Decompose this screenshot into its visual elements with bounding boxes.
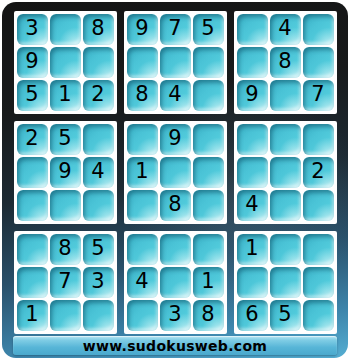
sudoku-cell[interactable]: [17, 234, 48, 265]
cell-digit: 3: [168, 304, 181, 325]
sudoku-box: 24: [234, 121, 337, 224]
sudoku-cell[interactable]: [237, 267, 268, 298]
sudoku-cell[interactable]: [303, 234, 334, 265]
sudoku-cell[interactable]: 4: [83, 157, 114, 188]
cell-digit: 1: [135, 161, 148, 182]
sudoku-cell[interactable]: 8: [270, 47, 301, 78]
sudoku-cell[interactable]: [83, 124, 114, 155]
sudoku-cell[interactable]: [50, 190, 81, 221]
sudoku-cell[interactable]: [17, 157, 48, 188]
sudoku-cell[interactable]: 5: [50, 124, 81, 155]
sudoku-cell[interactable]: [193, 47, 224, 78]
sudoku-cell[interactable]: 8: [50, 234, 81, 265]
sudoku-cell[interactable]: 4: [160, 80, 191, 111]
sudoku-cell[interactable]: [270, 80, 301, 111]
sudoku-cell[interactable]: [160, 47, 191, 78]
sudoku-cell[interactable]: [50, 47, 81, 78]
sudoku-box: 85731: [14, 231, 117, 334]
sudoku-cell[interactable]: [160, 267, 191, 298]
sudoku-cell[interactable]: [17, 190, 48, 221]
sudoku-cell[interactable]: 5: [193, 14, 224, 45]
sudoku-box: 389512: [14, 11, 117, 114]
sudoku-cell[interactable]: [303, 124, 334, 155]
cell-digit: 8: [168, 194, 181, 215]
sudoku-cell[interactable]: [127, 234, 158, 265]
sudoku-cell[interactable]: [160, 234, 191, 265]
cell-digit: 8: [135, 84, 148, 105]
board-frame: 389512975844897259491824857314138165 www…: [2, 2, 348, 358]
sudoku-cell[interactable]: 8: [193, 300, 224, 331]
sudoku-cell[interactable]: 9: [127, 14, 158, 45]
sudoku-cell[interactable]: 8: [127, 80, 158, 111]
sudoku-cell[interactable]: 7: [50, 267, 81, 298]
cell-digit: 6: [245, 304, 258, 325]
cell-digit: 2: [25, 128, 38, 149]
sudoku-cell[interactable]: [193, 80, 224, 111]
cell-digit: 8: [91, 18, 104, 39]
sudoku-box: 918: [124, 121, 227, 224]
sudoku-cell[interactable]: [17, 267, 48, 298]
sudoku-cell[interactable]: [50, 300, 81, 331]
sudoku-cell[interactable]: 3: [17, 14, 48, 45]
cell-digit: 4: [168, 84, 181, 105]
cell-digit: 9: [58, 161, 71, 182]
sudoku-cell[interactable]: 6: [237, 300, 268, 331]
cell-digit: 3: [25, 18, 38, 39]
sudoku-cell[interactable]: [193, 234, 224, 265]
cell-digit: 5: [58, 128, 71, 149]
sudoku-cell[interactable]: [237, 47, 268, 78]
sudoku-cell[interactable]: [193, 157, 224, 188]
sudoku-cell[interactable]: [270, 157, 301, 188]
cell-digit: 2: [311, 161, 324, 182]
sudoku-cell[interactable]: 9: [50, 157, 81, 188]
sudoku-cell[interactable]: 1: [237, 234, 268, 265]
sudoku-cell[interactable]: [83, 47, 114, 78]
sudoku-cell[interactable]: [237, 14, 268, 45]
sudoku-cell[interactable]: 3: [160, 300, 191, 331]
cell-digit: 5: [278, 304, 291, 325]
sudoku-cell[interactable]: 2: [83, 80, 114, 111]
sudoku-cell[interactable]: [127, 300, 158, 331]
sudoku-cell[interactable]: 4: [270, 14, 301, 45]
sudoku-cell[interactable]: 9: [160, 124, 191, 155]
sudoku-cell[interactable]: 4: [127, 267, 158, 298]
sudoku-cell[interactable]: [193, 190, 224, 221]
sudoku-cell[interactable]: 1: [127, 157, 158, 188]
cell-digit: 4: [245, 194, 258, 215]
cell-digit: 9: [245, 84, 258, 105]
sudoku-cell[interactable]: [237, 157, 268, 188]
sudoku-cell[interactable]: 5: [270, 300, 301, 331]
cell-digit: 1: [201, 271, 214, 292]
site-url-bar: www.sudokusweb.com: [13, 336, 337, 355]
sudoku-cell[interactable]: [303, 47, 334, 78]
cell-digit: 1: [58, 84, 71, 105]
sudoku-cell[interactable]: [303, 267, 334, 298]
sudoku-cell[interactable]: 5: [83, 234, 114, 265]
sudoku-box: 4138: [124, 231, 227, 334]
cell-digit: 7: [168, 18, 181, 39]
cell-digit: 8: [201, 304, 214, 325]
sudoku-box: 165: [234, 231, 337, 334]
sudoku-cell[interactable]: 4: [237, 190, 268, 221]
sudoku-cell[interactable]: 1: [193, 267, 224, 298]
sudoku-cell[interactable]: 8: [83, 14, 114, 45]
sudoku-cell[interactable]: [160, 157, 191, 188]
cell-digit: 5: [201, 18, 214, 39]
sudoku-cell[interactable]: [193, 124, 224, 155]
cell-digit: 9: [25, 51, 38, 72]
cell-digit: 7: [58, 271, 71, 292]
cell-digit: 7: [311, 84, 324, 105]
sudoku-cell[interactable]: [83, 190, 114, 221]
cell-digit: 9: [135, 18, 148, 39]
sudoku-cell[interactable]: [127, 47, 158, 78]
sudoku-board: 389512975844897259491824857314138165: [14, 11, 337, 334]
sudoku-cell[interactable]: 2: [303, 157, 334, 188]
sudoku-cell[interactable]: 8: [160, 190, 191, 221]
cell-digit: 4: [135, 271, 148, 292]
cell-digit: 1: [245, 238, 258, 259]
sudoku-cell[interactable]: 9: [237, 80, 268, 111]
sudoku-cell[interactable]: [303, 14, 334, 45]
sudoku-cell[interactable]: 7: [303, 80, 334, 111]
cell-digit: 8: [278, 51, 291, 72]
sudoku-cell[interactable]: 1: [17, 300, 48, 331]
cell-digit: 8: [58, 238, 71, 259]
sudoku-cell[interactable]: [303, 300, 334, 331]
cell-digit: 1: [25, 304, 38, 325]
sudoku-box: 97584: [124, 11, 227, 114]
cell-digit: 5: [91, 238, 104, 259]
cell-digit: 2: [91, 84, 104, 105]
sudoku-cell[interactable]: [127, 124, 158, 155]
cell-digit: 4: [91, 161, 104, 182]
sudoku-cell[interactable]: [270, 190, 301, 221]
cell-digit: 5: [25, 84, 38, 105]
sudoku-app: 389512975844897259491824857314138165 www…: [0, 0, 350, 360]
sudoku-cell[interactable]: [270, 267, 301, 298]
sudoku-cell[interactable]: [270, 124, 301, 155]
sudoku-cell[interactable]: [237, 124, 268, 155]
sudoku-cell[interactable]: [83, 300, 114, 331]
sudoku-cell[interactable]: [270, 234, 301, 265]
cell-digit: 9: [168, 128, 181, 149]
sudoku-cell[interactable]: [127, 190, 158, 221]
sudoku-cell[interactable]: 1: [50, 80, 81, 111]
sudoku-cell[interactable]: [303, 190, 334, 221]
sudoku-cell[interactable]: 7: [160, 14, 191, 45]
sudoku-box: 4897: [234, 11, 337, 114]
site-url-label: www.sudokusweb.com: [83, 338, 267, 354]
sudoku-cell[interactable]: [50, 14, 81, 45]
cell-digit: 4: [278, 18, 291, 39]
sudoku-cell[interactable]: 2: [17, 124, 48, 155]
sudoku-cell[interactable]: 3: [83, 267, 114, 298]
sudoku-cell[interactable]: 9: [17, 47, 48, 78]
cell-digit: 3: [91, 271, 104, 292]
sudoku-cell[interactable]: 5: [17, 80, 48, 111]
sudoku-box: 2594: [14, 121, 117, 224]
